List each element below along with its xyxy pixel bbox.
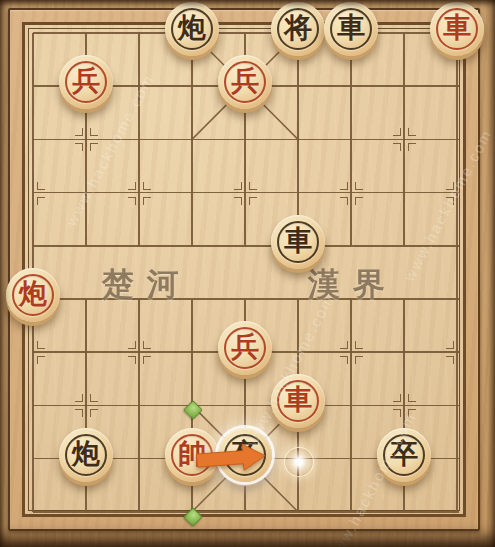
piece-red-cannon[interactable]: 炮 xyxy=(6,268,60,322)
piece-black-cannon[interactable]: 炮 xyxy=(59,428,113,482)
piece-character: 将 xyxy=(271,1,325,55)
piece-black-cannon[interactable]: 炮 xyxy=(165,2,219,56)
piece-red-chariot[interactable]: 車 xyxy=(271,374,325,428)
piece-character: 車 xyxy=(271,373,325,427)
highlight-dot xyxy=(284,447,314,477)
piece-black-soldier[interactable]: 卒 xyxy=(218,428,272,482)
piece-character: 帥 xyxy=(165,427,219,481)
piece-red-soldier[interactable]: 兵 xyxy=(218,321,272,375)
piece-black-chariot[interactable]: 車 xyxy=(271,215,325,269)
piece-character: 車 xyxy=(324,1,378,55)
piece-black-chariot[interactable]: 車 xyxy=(324,2,378,56)
piece-red-soldier[interactable]: 兵 xyxy=(218,55,272,109)
piece-character: 卒 xyxy=(377,427,431,481)
piece-character: 炮 xyxy=(59,427,113,481)
piece-black-soldier[interactable]: 卒 xyxy=(377,428,431,482)
piece-character: 兵 xyxy=(218,320,272,374)
piece-black-general[interactable]: 将 xyxy=(271,2,325,56)
piece-character: 炮 xyxy=(6,267,60,321)
piece-character: 車 xyxy=(430,1,484,55)
piece-character: 車 xyxy=(271,214,325,268)
piece-red-soldier[interactable]: 兵 xyxy=(59,55,113,109)
piece-character: 兵 xyxy=(59,54,113,108)
xiangqi-board-screenshot: 楚河 漢界 炮将車車兵兵車炮兵車炮帥卒卒 www.hackhome.com ww… xyxy=(0,0,495,547)
piece-character: 炮 xyxy=(165,1,219,55)
piece-character: 卒 xyxy=(218,427,272,481)
piece-red-chariot[interactable]: 車 xyxy=(430,2,484,56)
piece-red-general[interactable]: 帥 xyxy=(165,428,219,482)
piece-character: 兵 xyxy=(218,54,272,108)
river-label-chu-he: 楚河 xyxy=(102,263,192,307)
river-label-han-jie: 漢界 xyxy=(308,263,398,307)
